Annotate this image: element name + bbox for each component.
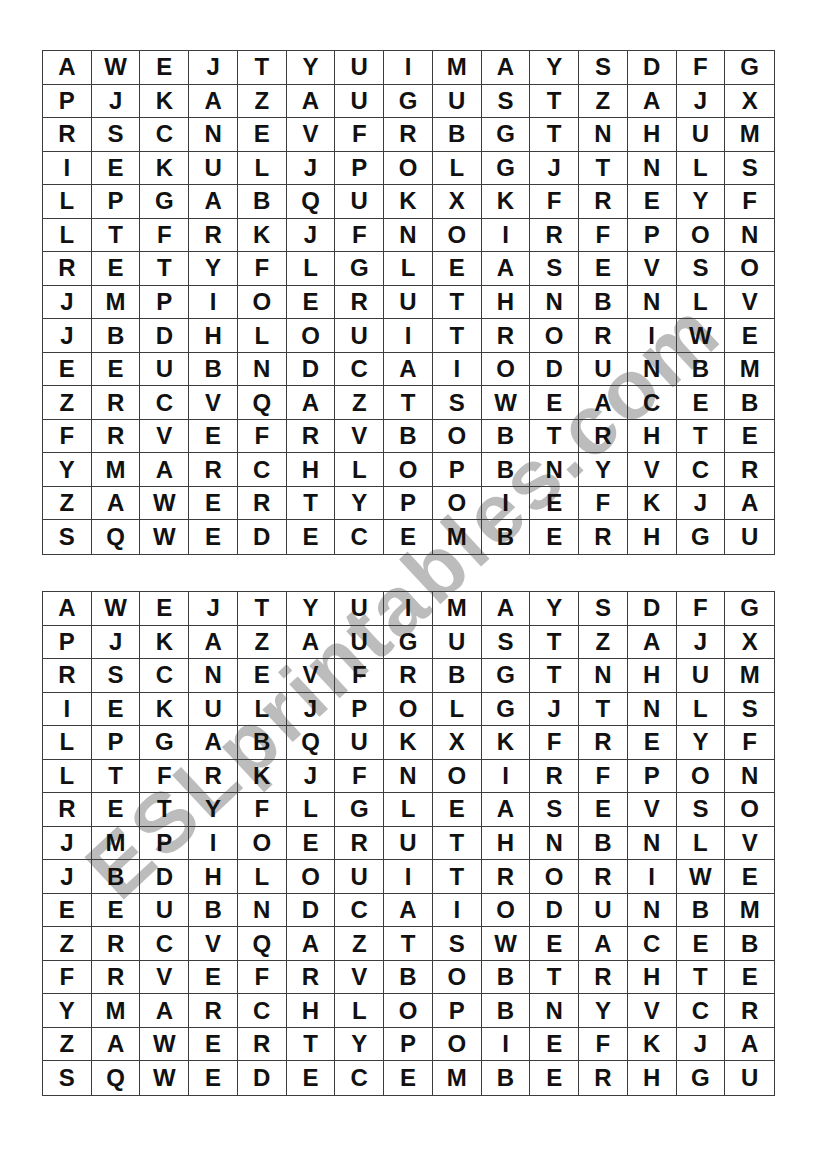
- grid-cell-r5c4: A: [189, 726, 238, 760]
- grid-cell-r13c12: Y: [579, 453, 628, 487]
- grid-cell-r2c1: P: [43, 626, 92, 660]
- grid-cell-r10c10: O: [482, 894, 531, 928]
- grid-cell-r1c1: A: [43, 592, 92, 626]
- grid-cell-r14c13: K: [628, 1028, 677, 1062]
- grid-cell-r2c9: U: [433, 626, 482, 660]
- grid-cell-r6c1: L: [43, 219, 92, 253]
- grid-cell-r13c14: C: [677, 994, 726, 1028]
- grid-cell-r7c3: T: [140, 793, 189, 827]
- grid-cell-r5c15: F: [725, 726, 774, 760]
- grid-cell-r10c13: N: [628, 353, 677, 387]
- grid-cell-r13c14: C: [677, 453, 726, 487]
- word-search-grid-bottom: AWEJTYUIMAYSDFGPJKAZAUGUSTZAJXRSCNEVFRBG…: [42, 591, 775, 1096]
- grid-cell-r6c3: F: [140, 760, 189, 794]
- grid-cell-r7c11: S: [530, 793, 579, 827]
- grid-cell-r1c8: I: [384, 51, 433, 85]
- grid-cell-r3c14: U: [677, 118, 726, 152]
- grid-cell-r6c14: O: [677, 219, 726, 253]
- grid-cell-r5c2: P: [92, 726, 141, 760]
- grid-cell-r9c1: J: [43, 319, 92, 353]
- grid-cell-r11c13: C: [628, 386, 677, 420]
- grid-cell-r14c9: O: [433, 487, 482, 521]
- grid-cell-r5c6: Q: [287, 726, 336, 760]
- grid-cell-r1c9: M: [433, 51, 482, 85]
- grid-cell-r6c6: J: [287, 760, 336, 794]
- grid-cell-r4c10: G: [482, 693, 531, 727]
- grid-cell-r5c4: A: [189, 185, 238, 219]
- grid-cell-r6c2: T: [92, 219, 141, 253]
- grid-cell-r9c3: D: [140, 319, 189, 353]
- grid-cell-r6c10: I: [482, 219, 531, 253]
- grid-cell-r15c13: H: [628, 1061, 677, 1095]
- grid-cell-r5c8: K: [384, 185, 433, 219]
- grid-cell-r11c1: Z: [43, 386, 92, 420]
- grid-cell-r8c4: I: [189, 827, 238, 861]
- grid-cell-r10c15: M: [725, 894, 774, 928]
- grid-cell-r9c6: O: [287, 319, 336, 353]
- grid-cell-r3c3: C: [140, 659, 189, 693]
- grid-cell-r10c9: I: [433, 894, 482, 928]
- grid-cell-r5c12: R: [579, 726, 628, 760]
- grid-cell-r13c13: V: [628, 453, 677, 487]
- grid-cell-r5c11: F: [530, 185, 579, 219]
- grid-cell-r7c5: F: [238, 252, 287, 286]
- grid-cell-r13c10: B: [482, 994, 531, 1028]
- grid-cell-r8c2: M: [92, 286, 141, 320]
- grid-cell-r8c7: R: [335, 827, 384, 861]
- grid-cell-r9c8: I: [384, 319, 433, 353]
- grid-cell-r15c2: Q: [92, 1061, 141, 1095]
- grid-cell-r8c9: T: [433, 827, 482, 861]
- grid-cell-r13c13: V: [628, 994, 677, 1028]
- grid-cell-r9c2: B: [92, 319, 141, 353]
- grid-cell-r7c2: E: [92, 252, 141, 286]
- grid-cell-r8c13: N: [628, 286, 677, 320]
- grid-cell-r4c12: T: [579, 693, 628, 727]
- grid-cell-r8c4: I: [189, 286, 238, 320]
- grid-cell-r14c7: Y: [335, 1028, 384, 1062]
- grid-cell-r14c8: P: [384, 1028, 433, 1062]
- grid-cell-r3c5: E: [238, 659, 287, 693]
- grid-cell-r12c7: V: [335, 961, 384, 995]
- grid-cell-r5c12: R: [579, 185, 628, 219]
- grid-cell-r5c3: G: [140, 726, 189, 760]
- grid-cell-r13c3: A: [140, 453, 189, 487]
- grid-cell-r12c15: E: [725, 961, 774, 995]
- grid-cell-r5c7: U: [335, 185, 384, 219]
- grid-cell-r9c15: E: [725, 319, 774, 353]
- grid-cell-r12c3: V: [140, 420, 189, 454]
- grid-cell-r2c15: X: [725, 626, 774, 660]
- grid-cell-r13c2: M: [92, 453, 141, 487]
- grid-cell-r7c8: L: [384, 793, 433, 827]
- grid-cell-r9c4: H: [189, 860, 238, 894]
- grid-cell-r11c1: Z: [43, 927, 92, 961]
- grid-cell-r2c4: A: [189, 626, 238, 660]
- grid-cell-r12c15: E: [725, 420, 774, 454]
- grid-cell-r1c15: G: [725, 592, 774, 626]
- grid-cell-r2c1: P: [43, 85, 92, 119]
- grid-cell-r1c11: Y: [530, 592, 579, 626]
- grid-cell-r4c15: S: [725, 693, 774, 727]
- grid-cell-r7c15: O: [725, 793, 774, 827]
- grid-cell-r2c12: Z: [579, 85, 628, 119]
- grid-cell-r12c7: V: [335, 420, 384, 454]
- grid-cell-r12c5: F: [238, 961, 287, 995]
- grid-cell-r9c9: T: [433, 319, 482, 353]
- grid-cell-r10c6: D: [287, 353, 336, 387]
- grid-cell-r8c1: J: [43, 286, 92, 320]
- grid-cell-r7c7: G: [335, 793, 384, 827]
- grid-cell-r14c12: F: [579, 1028, 628, 1062]
- grid-cell-r15c14: G: [677, 1061, 726, 1095]
- grid-cell-r3c10: G: [482, 659, 531, 693]
- grid-cell-r14c8: P: [384, 487, 433, 521]
- grid-cell-r6c5: K: [238, 760, 287, 794]
- grid-cell-r2c7: U: [335, 626, 384, 660]
- grid-cell-r14c10: I: [482, 1028, 531, 1062]
- grid-cell-r1c10: A: [482, 592, 531, 626]
- grid-cell-r4c4: U: [189, 693, 238, 727]
- grid-cell-r9c11: O: [530, 860, 579, 894]
- grid-cell-r14c11: E: [530, 1028, 579, 1062]
- grid-cell-r11c12: A: [579, 386, 628, 420]
- grid-cell-r3c4: N: [189, 659, 238, 693]
- grid-cell-r9c3: D: [140, 860, 189, 894]
- grid-cell-r5c6: Q: [287, 185, 336, 219]
- grid-cell-r15c10: B: [482, 520, 531, 554]
- grid-cell-r12c2: R: [92, 961, 141, 995]
- grid-cell-r1c11: Y: [530, 51, 579, 85]
- grid-cell-r11c15: B: [725, 386, 774, 420]
- grid-cell-r10c6: D: [287, 894, 336, 928]
- grid-cell-r4c5: L: [238, 693, 287, 727]
- grid-cell-r4c2: E: [92, 152, 141, 186]
- grid-cell-r12c9: O: [433, 420, 482, 454]
- grid-cell-r2c15: X: [725, 85, 774, 119]
- grid-cell-r6c5: K: [238, 219, 287, 253]
- grid-cell-r1c4: J: [189, 51, 238, 85]
- grid-cell-r12c5: F: [238, 420, 287, 454]
- grid-cell-r1c1: A: [43, 51, 92, 85]
- grid-cell-r9c10: R: [482, 319, 531, 353]
- grid-cell-r9c5: L: [238, 860, 287, 894]
- grid-cell-r2c13: A: [628, 85, 677, 119]
- grid-cell-r6c8: N: [384, 760, 433, 794]
- grid-cell-r13c6: H: [287, 994, 336, 1028]
- grid-cell-r14c10: I: [482, 487, 531, 521]
- grid-cell-r1c6: Y: [287, 592, 336, 626]
- grid-cell-r15c11: E: [530, 520, 579, 554]
- grid-cell-r14c2: A: [92, 487, 141, 521]
- grid-cell-r1c5: T: [238, 51, 287, 85]
- grid-cell-r2c2: J: [92, 626, 141, 660]
- grid-cell-r13c15: R: [725, 994, 774, 1028]
- grid-cell-r11c11: E: [530, 927, 579, 961]
- grid-cell-r8c8: U: [384, 827, 433, 861]
- grid-cell-r6c8: N: [384, 219, 433, 253]
- grid-cell-r15c8: E: [384, 1061, 433, 1095]
- grid-cell-r2c5: Z: [238, 85, 287, 119]
- grid-cell-r8c15: V: [725, 286, 774, 320]
- grid-cell-r6c1: L: [43, 760, 92, 794]
- grid-cell-r4c1: I: [43, 152, 92, 186]
- grid-cell-r10c3: U: [140, 894, 189, 928]
- grid-cell-r9c5: L: [238, 319, 287, 353]
- grid-cell-r10c8: A: [384, 894, 433, 928]
- grid-cell-r5c2: P: [92, 185, 141, 219]
- grid-cell-r6c11: R: [530, 760, 579, 794]
- grid-cell-r2c11: T: [530, 626, 579, 660]
- grid-cell-r2c3: K: [140, 626, 189, 660]
- grid-cell-r15c1: S: [43, 520, 92, 554]
- grid-cell-r5c1: L: [43, 726, 92, 760]
- grid-cell-r7c9: E: [433, 793, 482, 827]
- grid-cell-r14c5: R: [238, 1028, 287, 1062]
- grid-cell-r6c13: P: [628, 219, 677, 253]
- grid-cell-r1c12: S: [579, 51, 628, 85]
- grid-cell-r7c14: S: [677, 252, 726, 286]
- grid-cell-r7c10: A: [482, 252, 531, 286]
- grid-cell-r2c5: Z: [238, 626, 287, 660]
- grid-cell-r1c4: J: [189, 592, 238, 626]
- grid-cell-r12c3: V: [140, 961, 189, 995]
- grid-cell-r3c5: E: [238, 118, 287, 152]
- grid-cell-r10c1: E: [43, 353, 92, 387]
- grid-cell-r3c2: S: [92, 659, 141, 693]
- grid-cell-r4c7: P: [335, 152, 384, 186]
- grid-cell-r7c13: V: [628, 252, 677, 286]
- grid-cell-r15c5: D: [238, 520, 287, 554]
- grid-cell-r13c9: P: [433, 453, 482, 487]
- grid-cell-r12c1: F: [43, 420, 92, 454]
- grid-cell-r15c7: C: [335, 520, 384, 554]
- grid-cell-r10c14: B: [677, 894, 726, 928]
- grid-cell-r10c1: E: [43, 894, 92, 928]
- grid-cell-r5c8: K: [384, 726, 433, 760]
- grid-cell-r14c5: R: [238, 487, 287, 521]
- grid-cell-r1c7: U: [335, 592, 384, 626]
- grid-cell-r8c3: P: [140, 827, 189, 861]
- grid-cell-r5c10: K: [482, 185, 531, 219]
- grid-cell-r3c11: T: [530, 118, 579, 152]
- grid-cell-r3c9: B: [433, 659, 482, 693]
- grid-cell-r4c13: N: [628, 693, 677, 727]
- grid-cell-r1c12: S: [579, 592, 628, 626]
- grid-cell-r10c4: B: [189, 894, 238, 928]
- grid-cell-r6c10: I: [482, 760, 531, 794]
- grid-cell-r15c12: R: [579, 1061, 628, 1095]
- grid-cell-r3c7: F: [335, 118, 384, 152]
- grid-cell-r8c10: H: [482, 286, 531, 320]
- grid-cell-r12c8: B: [384, 420, 433, 454]
- grid-cell-r13c5: C: [238, 994, 287, 1028]
- grid-cell-r4c5: L: [238, 152, 287, 186]
- grid-cell-r14c4: E: [189, 1028, 238, 1062]
- grid-cell-r9c14: W: [677, 319, 726, 353]
- grid-cell-r6c9: O: [433, 760, 482, 794]
- grid-cell-r5c1: L: [43, 185, 92, 219]
- grid-cell-r9c14: W: [677, 860, 726, 894]
- grid-cell-r8c14: L: [677, 827, 726, 861]
- grid-cell-r12c2: R: [92, 420, 141, 454]
- grid-cell-r6c14: O: [677, 760, 726, 794]
- grid-cell-r3c15: M: [725, 118, 774, 152]
- grid-cell-r7c10: A: [482, 793, 531, 827]
- grid-cell-r5c15: F: [725, 185, 774, 219]
- grid-cell-r8c12: B: [579, 827, 628, 861]
- grid-cell-r12c8: B: [384, 961, 433, 995]
- grid-cell-r8c8: U: [384, 286, 433, 320]
- grid-cell-r9c4: H: [189, 319, 238, 353]
- grid-cell-r11c4: V: [189, 386, 238, 420]
- grid-cell-r8c11: N: [530, 286, 579, 320]
- grid-cell-r6c3: F: [140, 219, 189, 253]
- grid-cell-r10c11: D: [530, 894, 579, 928]
- grid-cell-r2c10: S: [482, 626, 531, 660]
- grid-cell-r10c5: N: [238, 894, 287, 928]
- grid-cell-r12c13: H: [628, 961, 677, 995]
- grid-cell-r14c3: W: [140, 487, 189, 521]
- grid-cell-r11c3: C: [140, 386, 189, 420]
- grid-cell-r11c6: A: [287, 927, 336, 961]
- grid-cell-r2c6: A: [287, 626, 336, 660]
- grid-cell-r6c9: O: [433, 219, 482, 253]
- grid-cell-r4c7: P: [335, 693, 384, 727]
- grid-cell-r2c4: A: [189, 85, 238, 119]
- grid-cell-r9c13: I: [628, 860, 677, 894]
- grid-cell-r13c8: O: [384, 453, 433, 487]
- grid-cell-r9c6: O: [287, 860, 336, 894]
- grid-cell-r9c7: U: [335, 860, 384, 894]
- grid-cell-r12c9: O: [433, 961, 482, 995]
- grid-cell-r4c2: E: [92, 693, 141, 727]
- grid-cell-r15c4: E: [189, 520, 238, 554]
- grid-cell-r5c9: X: [433, 185, 482, 219]
- grid-cell-r7c7: G: [335, 252, 384, 286]
- grid-cell-r7c12: E: [579, 252, 628, 286]
- grid-cell-r2c8: G: [384, 626, 433, 660]
- grid-cell-r9c10: R: [482, 860, 531, 894]
- grid-cell-r11c9: S: [433, 927, 482, 961]
- grid-cell-r10c10: O: [482, 353, 531, 387]
- grid-cell-r7c8: L: [384, 252, 433, 286]
- grid-cell-r2c11: T: [530, 85, 579, 119]
- grid-cell-r4c6: J: [287, 693, 336, 727]
- grid-cell-r2c7: U: [335, 85, 384, 119]
- grid-cell-r5c14: Y: [677, 185, 726, 219]
- grid-cell-r14c13: K: [628, 487, 677, 521]
- grid-cell-r11c13: C: [628, 927, 677, 961]
- grid-cell-r8c10: H: [482, 827, 531, 861]
- grid-cell-r12c10: B: [482, 961, 531, 995]
- grid-cell-r6c12: F: [579, 219, 628, 253]
- grid-cell-r9c7: U: [335, 319, 384, 353]
- grid-cell-r11c11: E: [530, 386, 579, 420]
- grid-cell-r9c8: I: [384, 860, 433, 894]
- grid-cell-r4c9: L: [433, 693, 482, 727]
- grid-cell-r3c8: R: [384, 118, 433, 152]
- grid-cell-r12c10: B: [482, 420, 531, 454]
- grid-cell-r13c7: L: [335, 994, 384, 1028]
- grid-cell-r4c9: L: [433, 152, 482, 186]
- grid-cell-r8c14: L: [677, 286, 726, 320]
- grid-cell-r4c12: T: [579, 152, 628, 186]
- grid-cell-r9c1: J: [43, 860, 92, 894]
- grid-cell-r2c3: K: [140, 85, 189, 119]
- grid-cell-r13c4: R: [189, 453, 238, 487]
- grid-cell-r1c6: Y: [287, 51, 336, 85]
- grid-cell-r12c11: T: [530, 961, 579, 995]
- grid-cell-r13c4: R: [189, 994, 238, 1028]
- grid-cell-r3c1: R: [43, 659, 92, 693]
- grid-cell-r11c3: C: [140, 927, 189, 961]
- grid-cell-r8c1: J: [43, 827, 92, 861]
- grid-cell-r4c14: L: [677, 693, 726, 727]
- grid-cell-r4c1: I: [43, 693, 92, 727]
- grid-cell-r3c9: B: [433, 118, 482, 152]
- grid-cell-r15c6: E: [287, 520, 336, 554]
- grid-cell-r14c14: J: [677, 1028, 726, 1062]
- grid-cell-r8c9: T: [433, 286, 482, 320]
- grid-cell-r2c9: U: [433, 85, 482, 119]
- grid-cell-r13c9: P: [433, 994, 482, 1028]
- grid-cell-r15c11: E: [530, 1061, 579, 1095]
- grid-cell-r13c1: Y: [43, 453, 92, 487]
- grid-cell-r7c2: E: [92, 793, 141, 827]
- grid-cell-r3c4: N: [189, 118, 238, 152]
- grid-cell-r5c13: E: [628, 185, 677, 219]
- grid-cell-r15c6: E: [287, 1061, 336, 1095]
- grid-cell-r3c13: H: [628, 659, 677, 693]
- grid-cell-r2c10: S: [482, 85, 531, 119]
- grid-cell-r12c12: R: [579, 961, 628, 995]
- grid-cell-r11c2: R: [92, 386, 141, 420]
- grid-cell-r2c12: Z: [579, 626, 628, 660]
- grid-cell-r14c15: A: [725, 1028, 774, 1062]
- grid-cell-r12c1: F: [43, 961, 92, 995]
- grid-cell-r14c12: F: [579, 487, 628, 521]
- grid-cell-r4c11: J: [530, 152, 579, 186]
- grid-cell-r11c10: W: [482, 386, 531, 420]
- grid-cell-r15c3: W: [140, 1061, 189, 1095]
- grid-cell-r13c3: A: [140, 994, 189, 1028]
- grid-cell-r10c13: N: [628, 894, 677, 928]
- grid-cell-r15c1: S: [43, 1061, 92, 1095]
- grid-cell-r5c14: Y: [677, 726, 726, 760]
- grid-cell-r5c5: B: [238, 726, 287, 760]
- grid-cell-r1c7: U: [335, 51, 384, 85]
- grid-cell-r15c15: U: [725, 520, 774, 554]
- grid-cell-r14c6: T: [287, 487, 336, 521]
- grid-cell-r9c13: I: [628, 319, 677, 353]
- grid-cell-r11c8: T: [384, 927, 433, 961]
- grid-cell-r6c2: T: [92, 760, 141, 794]
- grid-cell-r14c2: A: [92, 1028, 141, 1062]
- grid-cell-r10c4: B: [189, 353, 238, 387]
- grid-cell-r7c12: E: [579, 793, 628, 827]
- grid-cell-r3c12: N: [579, 118, 628, 152]
- grid-cell-r2c13: A: [628, 626, 677, 660]
- grid-cell-r1c3: E: [140, 51, 189, 85]
- grid-cell-r10c15: M: [725, 353, 774, 387]
- grid-cell-r4c8: O: [384, 152, 433, 186]
- grid-cell-r10c5: N: [238, 353, 287, 387]
- grid-cell-r8c5: O: [238, 827, 287, 861]
- grid-cell-r3c8: R: [384, 659, 433, 693]
- grid-cell-r9c9: T: [433, 860, 482, 894]
- grid-cell-r1c10: A: [482, 51, 531, 85]
